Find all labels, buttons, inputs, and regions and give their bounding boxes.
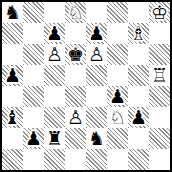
square-b8[interactable]: [23, 2, 44, 23]
black-bishop-icon: ♝: [4, 107, 21, 128]
square-h1[interactable]: [149, 149, 170, 170]
square-g3[interactable]: ♟: [128, 107, 149, 128]
black-pawn-icon: ♟: [109, 86, 126, 107]
square-b1[interactable]: [23, 149, 44, 170]
square-e6[interactable]: ♙: [86, 44, 107, 65]
white-rook-icon: ♖: [151, 65, 168, 86]
square-e7[interactable]: ♟: [86, 23, 107, 44]
square-f8[interactable]: [107, 2, 128, 23]
square-b3[interactable]: [23, 107, 44, 128]
square-g4[interactable]: [128, 86, 149, 107]
black-pawn-icon: ♟: [46, 23, 63, 44]
square-e4[interactable]: [86, 86, 107, 107]
black-pawn-icon: ♟: [130, 107, 147, 128]
square-c3[interactable]: [44, 107, 65, 128]
square-h6[interactable]: [149, 44, 170, 65]
square-d5[interactable]: [65, 65, 86, 86]
square-a3[interactable]: ♝: [2, 107, 23, 128]
black-knight-icon: ♞: [4, 2, 21, 23]
black-pawn-icon: ♟: [25, 128, 42, 149]
square-a8[interactable]: ♞: [2, 2, 23, 23]
square-g6[interactable]: [128, 44, 149, 65]
white-knight-icon: ♘: [67, 2, 84, 23]
square-e5[interactable]: [86, 65, 107, 86]
white-pawn-icon: ♙: [46, 44, 63, 65]
square-a5[interactable]: ♟: [2, 65, 23, 86]
square-d6[interactable]: ♚: [65, 44, 86, 65]
square-a2[interactable]: [2, 128, 23, 149]
square-h7[interactable]: [149, 23, 170, 44]
square-b5[interactable]: [23, 65, 44, 86]
square-c8[interactable]: [44, 2, 65, 23]
square-c6[interactable]: ♙: [44, 44, 65, 65]
black-king-icon: ♚: [67, 44, 84, 65]
square-a7[interactable]: [2, 23, 23, 44]
square-d7[interactable]: [65, 23, 86, 44]
square-g8[interactable]: [128, 2, 149, 23]
square-f1[interactable]: [107, 149, 128, 170]
square-h4[interactable]: [149, 86, 170, 107]
square-f6[interactable]: [107, 44, 128, 65]
square-h3[interactable]: [149, 107, 170, 128]
square-b2[interactable]: ♟: [23, 128, 44, 149]
white-knight-icon: ♘: [109, 107, 126, 128]
white-king-icon: ♔: [151, 2, 168, 23]
square-a4[interactable]: [2, 86, 23, 107]
square-c7[interactable]: ♟: [44, 23, 65, 44]
square-h2[interactable]: [149, 128, 170, 149]
square-g2[interactable]: [128, 128, 149, 149]
chess-board: ♞♘♔♟♟♗♙♚♙♟♖♟♝♙♘♟♟♜♞: [0, 0, 172, 172]
chess-diagram: ♞♘♔♟♟♗♙♚♙♟♖♟♝♙♘♟♟♜♞: [0, 0, 172, 172]
square-a1[interactable]: [2, 149, 23, 170]
square-e8[interactable]: [86, 2, 107, 23]
square-e3[interactable]: [86, 107, 107, 128]
white-pawn-icon: ♙: [67, 107, 84, 128]
white-bishop-icon: ♗: [130, 23, 147, 44]
square-c4[interactable]: [44, 86, 65, 107]
square-f5[interactable]: [107, 65, 128, 86]
square-f3[interactable]: ♘: [107, 107, 128, 128]
square-h8[interactable]: ♔: [149, 2, 170, 23]
square-c1[interactable]: [44, 149, 65, 170]
black-knight-icon: ♞: [88, 128, 105, 149]
square-g1[interactable]: [128, 149, 149, 170]
square-g7[interactable]: ♗: [128, 23, 149, 44]
square-b4[interactable]: [23, 86, 44, 107]
black-pawn-icon: ♟: [88, 23, 105, 44]
square-d2[interactable]: [65, 128, 86, 149]
square-f7[interactable]: [107, 23, 128, 44]
square-d8[interactable]: ♘: [65, 2, 86, 23]
black-pawn-icon: ♟: [4, 65, 21, 86]
square-b7[interactable]: [23, 23, 44, 44]
square-a6[interactable]: [2, 44, 23, 65]
square-e2[interactable]: ♞: [86, 128, 107, 149]
square-g5[interactable]: [128, 65, 149, 86]
square-e1[interactable]: [86, 149, 107, 170]
square-d1[interactable]: [65, 149, 86, 170]
square-f4[interactable]: ♟: [107, 86, 128, 107]
square-h5[interactable]: ♖: [149, 65, 170, 86]
black-rook-icon: ♜: [46, 128, 63, 149]
square-b6[interactable]: [23, 44, 44, 65]
white-pawn-icon: ♙: [88, 44, 105, 65]
square-f2[interactable]: [107, 128, 128, 149]
square-c2[interactable]: ♜: [44, 128, 65, 149]
square-d3[interactable]: ♙: [65, 107, 86, 128]
square-d4[interactable]: [65, 86, 86, 107]
square-c5[interactable]: [44, 65, 65, 86]
